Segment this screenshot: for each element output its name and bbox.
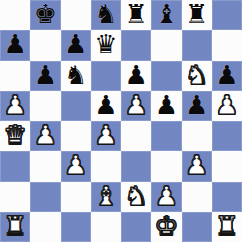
square-g3[interactable]: ♟ [182, 151, 212, 181]
square-h2[interactable] [212, 182, 242, 212]
square-b2[interactable] [30, 182, 60, 212]
square-h3[interactable] [212, 151, 242, 181]
square-g2[interactable] [182, 182, 212, 212]
square-c6[interactable]: ♞ [61, 61, 91, 91]
black-king-piece: ♚ [34, 0, 57, 29]
square-e2[interactable]: ♞ [121, 182, 151, 212]
square-c5[interactable] [61, 91, 91, 121]
square-a8[interactable] [0, 0, 30, 30]
square-a4[interactable]: ♛ [0, 121, 30, 151]
white-pawn-piece: ♟ [215, 90, 238, 120]
square-e5[interactable]: ♟ [121, 91, 151, 121]
square-b8[interactable]: ♚ [30, 0, 60, 30]
square-a7[interactable]: ♟ [0, 30, 30, 60]
square-h4[interactable] [212, 121, 242, 151]
square-a5[interactable]: ♟ [0, 91, 30, 121]
square-f8[interactable]: ♝ [151, 0, 181, 30]
black-bishop-piece: ♝ [155, 0, 178, 29]
black-pawn-piece: ♟ [94, 90, 117, 120]
black-rook-piece: ♜ [124, 0, 147, 29]
square-f4[interactable] [151, 121, 181, 151]
square-b1[interactable] [30, 212, 60, 242]
black-rook-piece: ♜ [185, 0, 208, 29]
square-f7[interactable] [151, 30, 181, 60]
square-g8[interactable]: ♜ [182, 0, 212, 30]
square-g6[interactable]: ♞ [182, 61, 212, 91]
square-c4[interactable] [61, 121, 91, 151]
white-pawn-piece: ♟ [155, 181, 178, 211]
square-e6[interactable]: ♟ [121, 61, 151, 91]
white-queen-piece: ♛ [3, 120, 26, 150]
square-g7[interactable] [182, 30, 212, 60]
square-g1[interactable] [182, 212, 212, 242]
black-pawn-piece: ♟ [215, 60, 238, 90]
square-d1[interactable] [91, 212, 121, 242]
black-pawn-piece: ♟ [185, 90, 208, 120]
square-b5[interactable] [30, 91, 60, 121]
square-f3[interactable] [151, 151, 181, 181]
black-pawn-piece: ♟ [124, 60, 147, 90]
square-f1[interactable]: ♚ [151, 212, 181, 242]
square-e3[interactable] [121, 151, 151, 181]
square-f2[interactable]: ♟ [151, 182, 181, 212]
white-pawn-piece: ♟ [185, 150, 208, 180]
square-d3[interactable] [91, 151, 121, 181]
square-h7[interactable] [212, 30, 242, 60]
black-pawn-piece: ♟ [3, 29, 26, 59]
square-e1[interactable] [121, 212, 151, 242]
square-b3[interactable] [30, 151, 60, 181]
white-rook-piece: ♜ [3, 211, 26, 241]
square-h8[interactable] [212, 0, 242, 30]
white-knight-piece: ♞ [124, 181, 147, 211]
square-c8[interactable] [61, 0, 91, 30]
black-pawn-piece: ♟ [64, 29, 87, 59]
square-d5[interactable]: ♟ [91, 91, 121, 121]
square-h1[interactable]: ♜ [212, 212, 242, 242]
white-knight-piece: ♞ [185, 60, 208, 90]
black-knight-piece: ♞ [94, 0, 117, 29]
white-pawn-piece: ♟ [3, 90, 26, 120]
square-g5[interactable]: ♟ [182, 91, 212, 121]
square-a2[interactable] [0, 182, 30, 212]
black-pawn-piece: ♟ [155, 90, 178, 120]
square-b7[interactable] [30, 30, 60, 60]
white-rook-piece: ♜ [215, 211, 238, 241]
white-bishop-piece: ♝ [94, 181, 117, 211]
square-h5[interactable]: ♟ [212, 91, 242, 121]
chess-board: ♚♞♜♝♜♟♟♛♟♞♟♞♟♟♟♟♟♟♟♛♟♟♟♟♝♞♟♜♚♜ [0, 0, 242, 242]
white-pawn-piece: ♟ [34, 120, 57, 150]
square-c2[interactable] [61, 182, 91, 212]
square-d7[interactable]: ♛ [91, 30, 121, 60]
square-h6[interactable]: ♟ [212, 61, 242, 91]
square-g4[interactable] [182, 121, 212, 151]
square-b4[interactable]: ♟ [30, 121, 60, 151]
square-f6[interactable] [151, 61, 181, 91]
white-king-piece: ♚ [155, 211, 178, 241]
square-a1[interactable]: ♜ [0, 212, 30, 242]
square-d8[interactable]: ♞ [91, 0, 121, 30]
black-queen-piece: ♛ [94, 29, 117, 59]
square-a6[interactable] [0, 61, 30, 91]
square-a3[interactable] [0, 151, 30, 181]
square-d4[interactable]: ♟ [91, 121, 121, 151]
square-d6[interactable] [91, 61, 121, 91]
black-pawn-piece: ♟ [34, 60, 57, 90]
square-c3[interactable]: ♟ [61, 151, 91, 181]
square-c1[interactable] [61, 212, 91, 242]
white-pawn-piece: ♟ [124, 90, 147, 120]
square-e4[interactable] [121, 121, 151, 151]
square-d2[interactable]: ♝ [91, 182, 121, 212]
white-pawn-piece: ♟ [94, 120, 117, 150]
square-e8[interactable]: ♜ [121, 0, 151, 30]
white-pawn-piece: ♟ [64, 150, 87, 180]
square-f5[interactable]: ♟ [151, 91, 181, 121]
square-b6[interactable]: ♟ [30, 61, 60, 91]
square-c7[interactable]: ♟ [61, 30, 91, 60]
black-knight-piece: ♞ [64, 60, 87, 90]
square-e7[interactable] [121, 30, 151, 60]
